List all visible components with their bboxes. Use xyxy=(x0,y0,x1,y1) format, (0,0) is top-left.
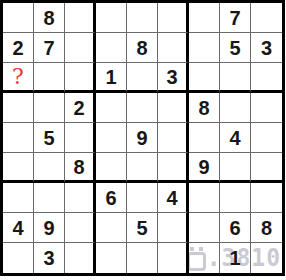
cell-r1c9[interactable] xyxy=(251,3,282,33)
cell-r1c6[interactable] xyxy=(158,3,189,33)
cell-r1c2[interactable]: 8 xyxy=(34,3,65,33)
given-digit: 3 xyxy=(43,248,54,268)
cell-r9c1[interactable] xyxy=(3,243,34,273)
cell-r2c4[interactable] xyxy=(96,33,127,63)
given-digit: 8 xyxy=(136,38,147,58)
cell-r4c2[interactable] xyxy=(34,93,65,123)
sudoku-grid: 8727853?132859489644956831 xyxy=(3,3,282,273)
cell-r6c8[interactable] xyxy=(220,153,251,183)
cell-r7c2[interactable] xyxy=(34,183,65,213)
cell-r5c2[interactable]: 5 xyxy=(34,123,65,153)
cell-r7c7[interactable] xyxy=(189,183,220,213)
given-digit: 9 xyxy=(136,128,147,148)
cell-r5c3[interactable] xyxy=(65,123,96,153)
given-digit: 6 xyxy=(105,188,116,208)
cell-r4c4[interactable] xyxy=(96,93,127,123)
cell-r9c4[interactable] xyxy=(96,243,127,273)
cell-r2c9[interactable]: 3 xyxy=(251,33,282,63)
cell-r4c6[interactable] xyxy=(158,93,189,123)
cell-r6c4[interactable] xyxy=(96,153,127,183)
cell-r4c3[interactable]: 2 xyxy=(65,93,96,123)
cell-r8c5[interactable]: 5 xyxy=(127,213,158,243)
cell-r5c8[interactable]: 4 xyxy=(220,123,251,153)
cell-r3c4[interactable]: 1 xyxy=(96,63,127,93)
cell-r8c4[interactable] xyxy=(96,213,127,243)
cell-r2c1[interactable]: 2 xyxy=(3,33,34,63)
query-mark: ? xyxy=(12,66,24,88)
cell-r2c7[interactable] xyxy=(189,33,220,63)
cell-r2c5[interactable]: 8 xyxy=(127,33,158,63)
cell-r9c8[interactable]: 1 xyxy=(220,243,251,273)
cell-r1c1[interactable] xyxy=(3,3,34,33)
cell-r9c7[interactable] xyxy=(189,243,220,273)
cell-r8c7[interactable] xyxy=(189,213,220,243)
cell-r5c7[interactable] xyxy=(189,123,220,153)
cell-r8c8[interactable]: 6 xyxy=(220,213,251,243)
cell-r2c2[interactable]: 7 xyxy=(34,33,65,63)
cell-r7c3[interactable] xyxy=(65,183,96,213)
cell-r3c7[interactable] xyxy=(189,63,220,93)
cell-r4c7[interactable]: 8 xyxy=(189,93,220,123)
cell-r5c4[interactable] xyxy=(96,123,127,153)
cell-r5c9[interactable] xyxy=(251,123,282,153)
cell-r3c6[interactable]: 3 xyxy=(158,63,189,93)
cell-r8c1[interactable]: 4 xyxy=(3,213,34,243)
given-digit: 5 xyxy=(229,38,240,58)
cell-r7c8[interactable] xyxy=(220,183,251,213)
cell-r6c7[interactable]: 9 xyxy=(189,153,220,183)
cell-r7c1[interactable] xyxy=(3,183,34,213)
cell-r6c3[interactable]: 8 xyxy=(65,153,96,183)
cell-r9c9[interactable] xyxy=(251,243,282,273)
given-digit: 5 xyxy=(136,218,147,238)
cell-r3c8[interactable] xyxy=(220,63,251,93)
given-digit: 4 xyxy=(12,218,23,238)
cell-r1c7[interactable] xyxy=(189,3,220,33)
cell-r3c5[interactable] xyxy=(127,63,158,93)
cell-r3c1[interactable]: ? xyxy=(3,63,34,93)
cell-r2c3[interactable] xyxy=(65,33,96,63)
cell-r3c9[interactable] xyxy=(251,63,282,93)
cell-r8c3[interactable] xyxy=(65,213,96,243)
sudoku-board: .3810 8727853?132859489644956831 xyxy=(0,0,285,276)
cell-r8c6[interactable] xyxy=(158,213,189,243)
cell-r6c2[interactable] xyxy=(34,153,65,183)
cell-r1c4[interactable] xyxy=(96,3,127,33)
cell-r5c1[interactable] xyxy=(3,123,34,153)
given-digit: 6 xyxy=(229,218,240,238)
given-digit: 9 xyxy=(198,157,209,177)
cell-r4c5[interactable] xyxy=(127,93,158,123)
cell-r6c6[interactable] xyxy=(158,153,189,183)
cell-r7c9[interactable] xyxy=(251,183,282,213)
cell-r1c8[interactable]: 7 xyxy=(220,3,251,33)
cell-r6c5[interactable] xyxy=(127,153,158,183)
given-digit: 8 xyxy=(198,98,209,118)
cell-r6c1[interactable] xyxy=(3,153,34,183)
cell-r9c2[interactable]: 3 xyxy=(34,243,65,273)
given-digit: 2 xyxy=(12,38,23,58)
given-digit: 8 xyxy=(73,157,84,177)
cell-r1c5[interactable] xyxy=(127,3,158,33)
given-digit: 5 xyxy=(43,128,54,148)
given-digit: 1 xyxy=(229,248,240,268)
cell-r2c8[interactable]: 5 xyxy=(220,33,251,63)
given-digit: 1 xyxy=(105,67,116,87)
cell-r9c3[interactable] xyxy=(65,243,96,273)
cell-r5c6[interactable] xyxy=(158,123,189,153)
cell-r4c8[interactable] xyxy=(220,93,251,123)
given-digit: 3 xyxy=(166,67,177,87)
cell-r4c1[interactable] xyxy=(3,93,34,123)
given-digit: 7 xyxy=(43,38,54,58)
cell-r5c5[interactable]: 9 xyxy=(127,123,158,153)
cell-r9c5[interactable] xyxy=(127,243,158,273)
cell-r4c9[interactable] xyxy=(251,93,282,123)
given-digit: 9 xyxy=(43,218,54,238)
cell-r3c3[interactable] xyxy=(65,63,96,93)
cell-r1c3[interactable] xyxy=(65,3,96,33)
given-digit: 4 xyxy=(166,188,177,208)
given-digit: 4 xyxy=(229,128,240,148)
cell-r8c2[interactable]: 9 xyxy=(34,213,65,243)
cell-r3c2[interactable] xyxy=(34,63,65,93)
given-digit: 8 xyxy=(43,8,54,28)
given-digit: 7 xyxy=(229,8,240,28)
given-digit: 8 xyxy=(261,218,272,238)
given-digit: 3 xyxy=(261,38,272,58)
cell-r6c9[interactable] xyxy=(251,153,282,183)
cell-r2c6[interactable] xyxy=(158,33,189,63)
cell-r7c6[interactable]: 4 xyxy=(158,183,189,213)
cell-r7c5[interactable] xyxy=(127,183,158,213)
given-digit: 2 xyxy=(73,98,84,118)
cell-r7c4[interactable]: 6 xyxy=(96,183,127,213)
cell-r9c6[interactable] xyxy=(158,243,189,273)
cell-r8c9[interactable]: 8 xyxy=(251,213,282,243)
